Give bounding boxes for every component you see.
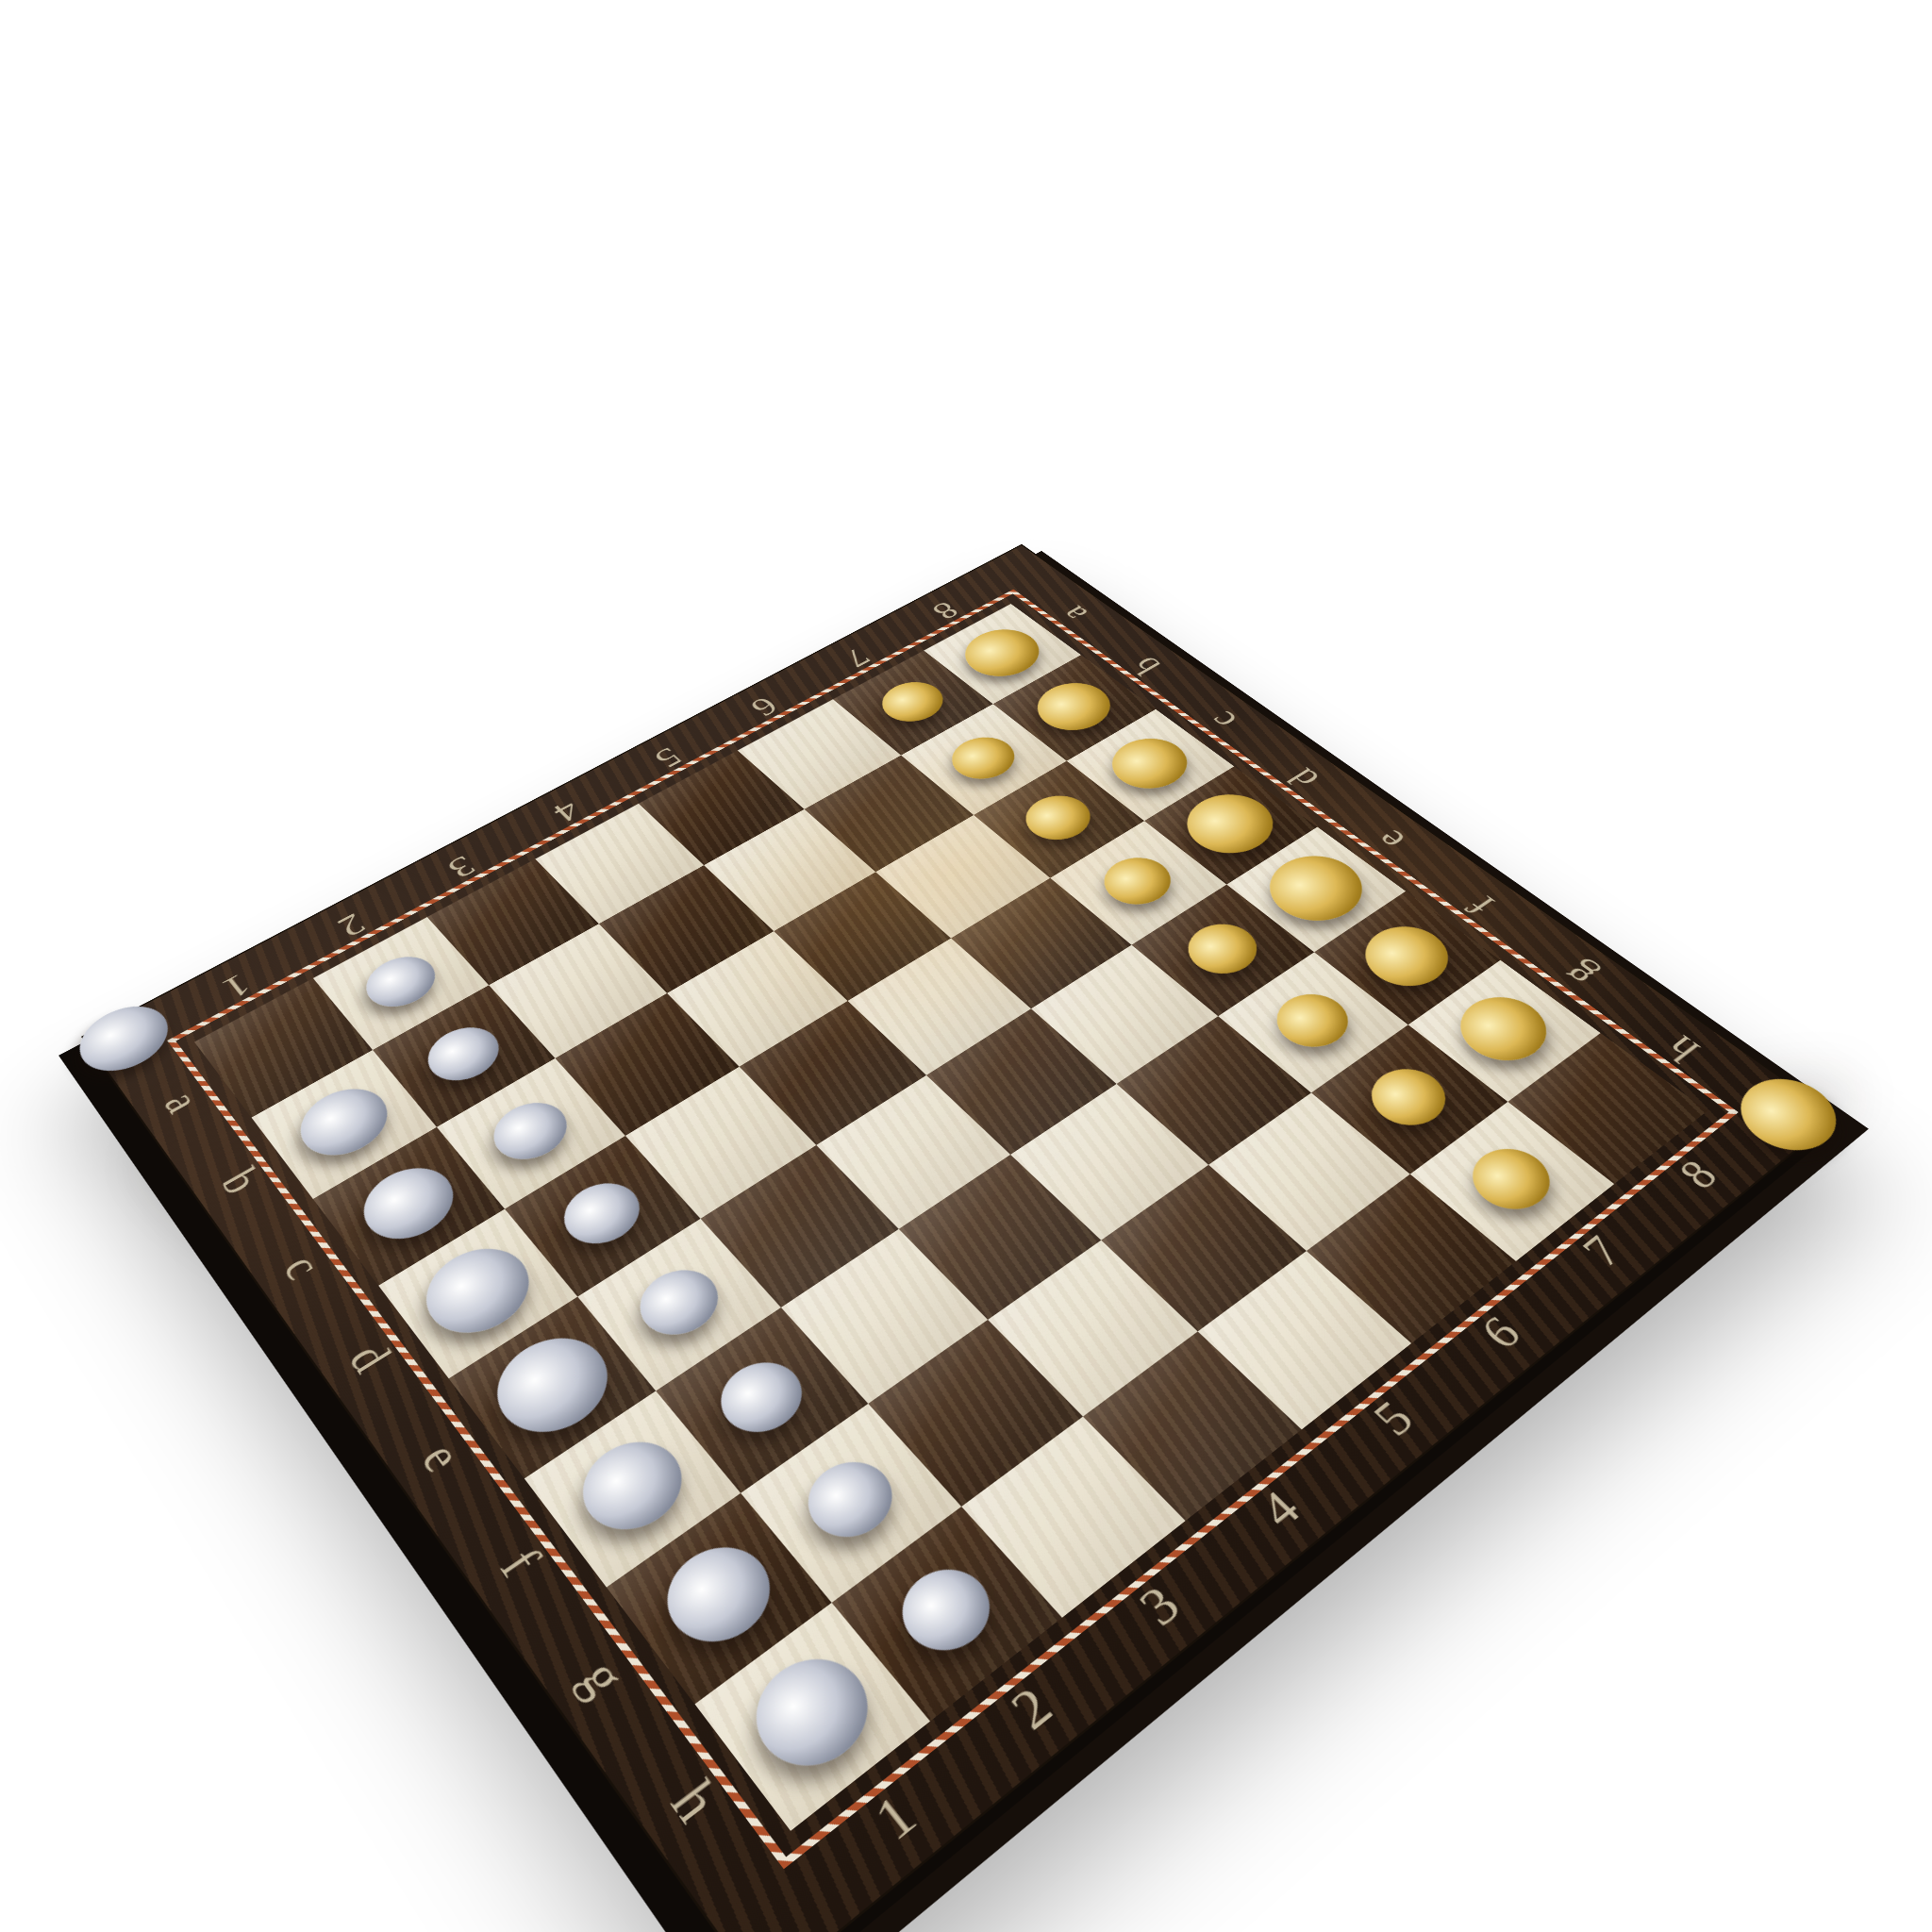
product-photo-canvas: aabbccddeeffgghh1122334455667788 ♜♜♞♞♟♟♝… — [0, 0, 1932, 1932]
chessboard: aabbccddeeffgghh1122334455667788 ♜♜♞♞♟♟♝… — [81, 544, 1838, 1932]
gold-rook-icon: ♜ — [1646, 844, 1901, 1137]
silver-rook-icon: ♜ — [0, 791, 233, 1053]
board-scene: aabbccddeeffgghh1122334455667788 ♜♜♞♞♟♟♝… — [0, 0, 1932, 1932]
gold-pawn-icon: ♟ — [1431, 1020, 1584, 1188]
silver-rook-icon: ♜ — [653, 1396, 953, 1726]
